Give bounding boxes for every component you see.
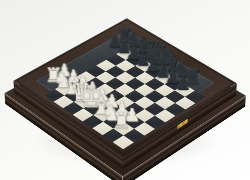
piece-white-rook-h1[interactable]: ♜: [112, 110, 131, 131]
brass-latch-icon: [177, 119, 188, 130]
square-h8[interactable]: [185, 91, 205, 104]
chess-set-photo: ♜♞♝♛♚♝♞♜♟♟♟♟♟♟♟♟♟♟♟♟♟♟♟♟♜♞♝♛♚♝♞♜: [0, 0, 250, 180]
piece-black-pawn-h7[interactable]: ♟: [175, 75, 190, 92]
square-f1[interactable]: [92, 122, 113, 135]
square-h1[interactable]: [113, 135, 134, 149]
